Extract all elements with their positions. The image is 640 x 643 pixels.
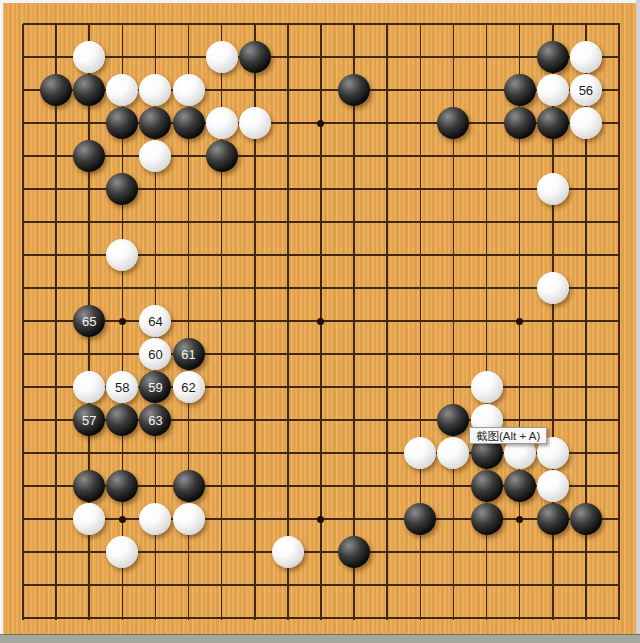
go-board[interactable]: 56656460615859625763 <box>3 3 636 635</box>
move-number-label: 64 <box>148 315 162 328</box>
stone-black[interactable] <box>106 107 138 139</box>
stone-black[interactable] <box>173 107 205 139</box>
move-number-label: 62 <box>181 381 195 394</box>
stone-white[interactable] <box>570 107 602 139</box>
stone-white[interactable] <box>139 140 171 172</box>
stone-white[interactable] <box>173 503 205 535</box>
stone-black[interactable]: 63 <box>139 404 171 436</box>
stone-black[interactable] <box>570 503 602 535</box>
grid-line-horizontal <box>23 155 620 157</box>
stone-black[interactable] <box>537 41 569 73</box>
stone-black[interactable] <box>40 74 72 106</box>
stone-black[interactable] <box>73 470 105 502</box>
stone-black[interactable] <box>537 107 569 139</box>
stone-black[interactable] <box>504 74 536 106</box>
move-number-label: 58 <box>115 381 129 394</box>
stone-black[interactable] <box>471 503 503 535</box>
grid-line-horizontal <box>23 23 620 25</box>
stone-white[interactable] <box>471 371 503 403</box>
stone-black[interactable] <box>504 107 536 139</box>
grid-line-horizontal <box>23 221 620 223</box>
window-frame-top <box>0 0 640 3</box>
stone-black[interactable] <box>73 140 105 172</box>
stone-white[interactable] <box>106 239 138 271</box>
stone-white[interactable] <box>73 503 105 535</box>
grid-line-vertical <box>55 24 57 620</box>
stone-black[interactable] <box>239 41 271 73</box>
star-point <box>317 516 324 523</box>
star-point <box>119 318 126 325</box>
tooltip-label: 截图(Alt + A) <box>476 429 540 444</box>
stone-white[interactable]: 58 <box>106 371 138 403</box>
move-number-label: 63 <box>148 414 162 427</box>
stone-black[interactable] <box>106 470 138 502</box>
stone-white[interactable] <box>537 272 569 304</box>
stone-white[interactable] <box>106 536 138 568</box>
stone-black[interactable] <box>73 74 105 106</box>
go-app-window: 56656460615859625763 截图(Alt + A) <box>0 0 640 643</box>
grid-line-horizontal <box>23 353 620 355</box>
move-number-label: 65 <box>82 315 96 328</box>
star-point <box>317 318 324 325</box>
move-number-label: 60 <box>148 348 162 361</box>
stone-white[interactable] <box>206 107 238 139</box>
grid-line-horizontal <box>23 584 620 586</box>
grid-line-vertical <box>287 24 289 620</box>
stone-black[interactable]: 65 <box>73 305 105 337</box>
stone-black[interactable] <box>106 173 138 205</box>
stone-black[interactable] <box>338 536 370 568</box>
move-number-label: 59 <box>148 381 162 394</box>
stone-white[interactable] <box>73 41 105 73</box>
stone-black[interactable] <box>471 470 503 502</box>
stone-white[interactable] <box>139 503 171 535</box>
move-number-label: 57 <box>82 414 96 427</box>
stone-black[interactable]: 57 <box>73 404 105 436</box>
stone-white[interactable] <box>139 74 171 106</box>
grid-line-vertical <box>22 24 24 620</box>
stone-white[interactable]: 64 <box>139 305 171 337</box>
screenshot-tooltip: 截图(Alt + A) <box>469 427 547 444</box>
stone-black[interactable] <box>206 140 238 172</box>
move-number-label: 61 <box>181 348 195 361</box>
stone-white[interactable]: 56 <box>570 74 602 106</box>
grid-line-horizontal <box>23 56 620 58</box>
stone-white[interactable] <box>404 437 436 469</box>
stone-white[interactable] <box>272 536 304 568</box>
stone-white[interactable] <box>73 371 105 403</box>
star-point <box>516 516 523 523</box>
stone-black[interactable]: 61 <box>173 338 205 370</box>
grid-line-horizontal <box>23 287 620 289</box>
stone-black[interactable]: 59 <box>139 371 171 403</box>
stone-black[interactable] <box>106 404 138 436</box>
stone-white[interactable] <box>537 173 569 205</box>
stone-white[interactable] <box>537 74 569 106</box>
move-number-label: 56 <box>579 84 593 97</box>
stone-white[interactable] <box>106 74 138 106</box>
stone-white[interactable]: 60 <box>139 338 171 370</box>
stone-black[interactable] <box>504 470 536 502</box>
stone-white[interactable] <box>173 74 205 106</box>
stone-black[interactable] <box>437 404 469 436</box>
grid-line-horizontal <box>23 617 620 619</box>
star-point <box>516 318 523 325</box>
window-frame-bottom <box>0 634 640 643</box>
window-frame-right <box>636 0 640 643</box>
grid-line-vertical <box>386 24 388 620</box>
stone-black[interactable] <box>437 107 469 139</box>
stone-white[interactable] <box>537 470 569 502</box>
stone-white[interactable] <box>206 41 238 73</box>
stone-white[interactable] <box>437 437 469 469</box>
stone-black[interactable] <box>404 503 436 535</box>
window-frame-left <box>0 0 3 643</box>
grid-line-vertical <box>353 24 355 620</box>
star-point <box>119 516 126 523</box>
stone-white[interactable]: 62 <box>173 371 205 403</box>
stone-black[interactable] <box>338 74 370 106</box>
stone-black[interactable] <box>173 470 205 502</box>
stone-black[interactable] <box>537 503 569 535</box>
star-point <box>317 120 324 127</box>
stone-black[interactable] <box>139 107 171 139</box>
stone-white[interactable] <box>570 41 602 73</box>
stone-white[interactable] <box>239 107 271 139</box>
grid-line-vertical <box>618 24 620 620</box>
